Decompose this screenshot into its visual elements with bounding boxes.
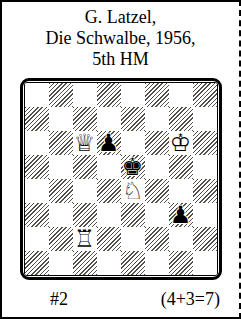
- square-b8: [49, 83, 73, 107]
- square-a6: [25, 131, 49, 155]
- composer-name: G. Latzel,: [2, 7, 239, 28]
- chessboard-inner-border: ♕♟♔♚♘♟♖: [24, 82, 218, 276]
- square-d5: [97, 155, 121, 179]
- stipulation-label: #2: [50, 289, 68, 309]
- problem-header: G. Latzel, Die Schwalbe, 1956, 5th HM: [2, 2, 239, 70]
- square-f7: [145, 107, 169, 131]
- square-b1: [49, 251, 73, 275]
- caption-row: #2 (4+3=7): [2, 289, 239, 309]
- square-c2: ♖: [73, 227, 97, 251]
- square-b3: [49, 203, 73, 227]
- square-f8: [145, 83, 169, 107]
- square-g4: [169, 179, 193, 203]
- square-d2: [97, 227, 121, 251]
- square-h8: [193, 83, 217, 107]
- square-h6: [193, 131, 217, 155]
- square-c4: [73, 179, 97, 203]
- square-a7: [25, 107, 49, 131]
- award: 5th HM: [2, 49, 239, 70]
- square-d1: [97, 251, 121, 275]
- white-knight-e4: ♘: [121, 179, 145, 203]
- square-a3: [25, 203, 49, 227]
- square-b5: [49, 155, 73, 179]
- square-h1: [193, 251, 217, 275]
- chessboard-frame: ♕♟♔♚♘♟♖: [20, 78, 222, 280]
- square-d4: [97, 179, 121, 203]
- square-f1: [145, 251, 169, 275]
- source-publication: Die Schwalbe, 1956,: [2, 28, 239, 49]
- square-b2: [49, 227, 73, 251]
- square-g3: ♟: [169, 203, 193, 227]
- square-e3: [121, 203, 145, 227]
- chess-problem-card: G. Latzel, Die Schwalbe, 1956, 5th HM ♕♟…: [0, 0, 241, 319]
- square-e8: [121, 83, 145, 107]
- square-d8: [97, 83, 121, 107]
- square-e1: [121, 251, 145, 275]
- chessboard: ♕♟♔♚♘♟♖: [25, 83, 217, 275]
- square-f6: [145, 131, 169, 155]
- square-e5: ♚: [121, 155, 145, 179]
- square-c7: [73, 107, 97, 131]
- square-e4: ♘: [121, 179, 145, 203]
- square-g2: [169, 227, 193, 251]
- square-c5: [73, 155, 97, 179]
- square-h5: [193, 155, 217, 179]
- square-d6: ♟: [97, 131, 121, 155]
- square-h2: [193, 227, 217, 251]
- black-pawn-d6: ♟: [97, 131, 121, 155]
- square-a8: [25, 83, 49, 107]
- white-rook-c2: ♖: [73, 227, 97, 251]
- square-a4: [25, 179, 49, 203]
- black-king-e5: ♚: [121, 155, 145, 179]
- square-c8: [73, 83, 97, 107]
- square-g6: ♔: [169, 131, 193, 155]
- square-b4: [49, 179, 73, 203]
- square-f2: [145, 227, 169, 251]
- square-g7: [169, 107, 193, 131]
- square-h3: [193, 203, 217, 227]
- square-f4: [145, 179, 169, 203]
- square-f5: [145, 155, 169, 179]
- square-b6: [49, 131, 73, 155]
- square-a2: [25, 227, 49, 251]
- square-c1: [73, 251, 97, 275]
- square-d7: [97, 107, 121, 131]
- square-c3: [73, 203, 97, 227]
- square-g1: [169, 251, 193, 275]
- square-e2: [121, 227, 145, 251]
- square-h4: [193, 179, 217, 203]
- white-queen-c6: ♕: [73, 131, 97, 155]
- square-f3: [145, 203, 169, 227]
- square-h7: [193, 107, 217, 131]
- square-a1: [25, 251, 49, 275]
- square-d3: [97, 203, 121, 227]
- white-king-g6: ♔: [169, 131, 193, 155]
- square-g8: [169, 83, 193, 107]
- square-c6: ♕: [73, 131, 97, 155]
- square-e7: [121, 107, 145, 131]
- square-a5: [25, 155, 49, 179]
- black-pawn-g3: ♟: [169, 203, 193, 227]
- square-e6: [121, 131, 145, 155]
- square-g5: [169, 155, 193, 179]
- material-count-label: (4+3=7): [161, 289, 220, 309]
- square-b7: [49, 107, 73, 131]
